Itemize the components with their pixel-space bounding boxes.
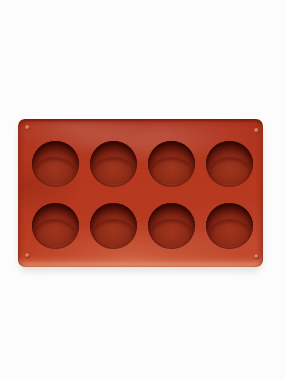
mold-cavity-r2c3 <box>148 203 195 249</box>
mold-cavity-r1c1 <box>32 141 79 187</box>
mold-cavity-r1c4 <box>206 141 253 187</box>
mold-cavity-r2c4 <box>206 203 253 249</box>
corner-pin-top-left <box>25 125 30 130</box>
cavity-floor <box>94 220 133 247</box>
mold-cavity-r2c2 <box>90 203 137 249</box>
cavity-floor <box>152 158 191 185</box>
cavity-floor <box>36 220 75 247</box>
product-photo <box>0 0 285 380</box>
cavity-floor <box>152 220 191 247</box>
cavity-floor <box>36 158 75 185</box>
cavity-floor <box>94 158 133 185</box>
mold-cavity-r1c2 <box>90 141 137 187</box>
mold-cavity-r1c3 <box>148 141 195 187</box>
cavity-grid <box>26 133 259 257</box>
silicone-mold <box>18 119 263 267</box>
cavity-floor <box>211 158 250 185</box>
cavity-floor <box>211 220 250 247</box>
mold-cavity-r2c1 <box>32 203 79 249</box>
